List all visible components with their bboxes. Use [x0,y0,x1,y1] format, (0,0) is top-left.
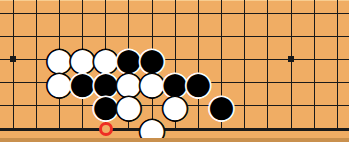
intersection: ● [94,94,117,117]
intersection [25,94,48,117]
intersection: ● [210,94,233,117]
intersection [302,71,325,94]
intersection [187,25,210,48]
intersection [1,71,24,94]
intersection [279,71,302,94]
intersection [302,94,325,117]
intersection [302,48,325,71]
intersection: ● [117,94,140,117]
intersection [233,48,256,71]
intersections: ●●●●●●●●●●●●●●●●● [1,1,348,140]
intersection [187,1,210,24]
intersection [210,25,233,48]
intersection [48,1,71,24]
intersection [25,1,48,24]
intersection [1,94,24,117]
intersection [71,1,94,24]
intersection [256,94,279,117]
intersection [256,71,279,94]
intersection [210,48,233,71]
intersection [233,25,256,48]
intersection [71,94,94,117]
go-board: ●●●●●●●●●●●●●●●●● [0,0,349,142]
intersection [233,94,256,117]
star-point [288,56,294,62]
intersection [163,1,186,24]
intersection [48,94,71,117]
intersection [256,48,279,71]
intersection [279,25,302,48]
intersection [279,48,302,71]
circle-marker [99,122,113,136]
intersection: ● [140,71,163,94]
intersection [326,71,349,94]
intersection [326,48,349,71]
board-bottom-shadow [0,138,349,142]
intersection [233,71,256,94]
intersection [1,25,24,48]
intersection [302,25,325,48]
intersection [1,1,24,24]
intersection [1,48,24,71]
intersection [256,25,279,48]
intersection [279,94,302,117]
intersection [163,25,186,48]
intersection [94,1,117,24]
intersection [326,1,349,24]
intersection [233,1,256,24]
intersection [210,1,233,24]
intersection [140,1,163,24]
intersection [279,1,302,24]
intersection [326,25,349,48]
intersection [117,1,140,24]
intersection [256,1,279,24]
intersection [326,94,349,117]
intersection [302,1,325,24]
intersection: ● [163,94,186,117]
intersection: ● [71,71,94,94]
star-point [10,56,16,62]
